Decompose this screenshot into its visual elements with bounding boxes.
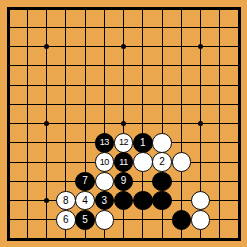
intersection	[210, 37, 229, 56]
intersection	[95, 229, 114, 247]
intersection	[210, 0, 229, 18]
white-stone: 10	[95, 152, 115, 172]
intersection	[75, 75, 94, 94]
intersection	[172, 210, 191, 229]
white-stone	[95, 172, 115, 192]
intersection	[114, 229, 133, 247]
move-number-label: 4	[82, 196, 88, 206]
intersection	[152, 95, 171, 114]
intersection	[229, 114, 247, 133]
goban-diagram: 13121101127984365	[0, 0, 247, 247]
intersection	[0, 95, 18, 114]
intersection: 7	[75, 172, 94, 191]
intersection	[114, 95, 133, 114]
intersection	[229, 56, 247, 75]
intersection	[18, 75, 37, 94]
move-number-label: 7	[82, 176, 88, 186]
intersection	[229, 210, 247, 229]
intersection	[152, 75, 171, 94]
move-number-label: 11	[119, 158, 127, 167]
intersection	[37, 133, 56, 152]
intersection	[210, 114, 229, 133]
intersection	[152, 0, 171, 18]
intersection	[37, 210, 56, 229]
intersection	[0, 114, 18, 133]
white-stone: 6	[56, 210, 76, 230]
intersection: 6	[56, 210, 75, 229]
intersection	[0, 37, 18, 56]
intersection	[75, 133, 94, 152]
intersection	[18, 37, 37, 56]
intersection	[133, 37, 152, 56]
intersection	[229, 75, 247, 94]
intersection	[75, 18, 94, 37]
intersection	[37, 37, 56, 56]
intersection	[37, 229, 56, 247]
intersection	[56, 18, 75, 37]
intersection	[229, 0, 247, 18]
intersection	[210, 172, 229, 191]
intersection	[37, 0, 56, 18]
intersection	[56, 114, 75, 133]
intersection	[172, 152, 191, 171]
intersection	[210, 152, 229, 171]
intersection	[18, 210, 37, 229]
intersection	[191, 0, 210, 18]
black-stone	[114, 191, 134, 211]
intersection	[152, 56, 171, 75]
black-stone: 5	[75, 210, 95, 230]
intersection	[210, 56, 229, 75]
intersection	[210, 191, 229, 210]
go-board-grid: 13121101127984365	[0, 0, 247, 247]
intersection	[0, 152, 18, 171]
intersection	[133, 152, 152, 171]
white-stone	[191, 191, 211, 211]
intersection	[133, 18, 152, 37]
white-stone	[152, 133, 172, 153]
intersection	[95, 95, 114, 114]
intersection	[152, 37, 171, 56]
intersection	[56, 229, 75, 247]
intersection	[95, 172, 114, 191]
intersection	[37, 152, 56, 171]
intersection	[114, 114, 133, 133]
intersection	[229, 229, 247, 247]
intersection	[152, 210, 171, 229]
intersection	[229, 152, 247, 171]
intersection: 2	[152, 152, 171, 171]
intersection	[210, 95, 229, 114]
intersection	[229, 172, 247, 191]
intersection	[229, 95, 247, 114]
intersection	[95, 75, 114, 94]
move-number-label: 6	[63, 215, 69, 225]
intersection	[75, 0, 94, 18]
intersection	[56, 172, 75, 191]
intersection	[114, 56, 133, 75]
black-stone: 1	[133, 133, 153, 153]
black-stone	[133, 191, 153, 211]
intersection	[210, 210, 229, 229]
intersection	[18, 56, 37, 75]
intersection: 12	[114, 133, 133, 152]
black-stone: 3	[95, 191, 115, 211]
move-number-label: 13	[100, 138, 109, 147]
intersection	[18, 114, 37, 133]
intersection	[95, 56, 114, 75]
intersection	[37, 95, 56, 114]
intersection	[56, 37, 75, 56]
intersection	[0, 210, 18, 229]
intersection	[18, 133, 37, 152]
white-stone: 2	[152, 152, 172, 172]
intersection	[133, 56, 152, 75]
intersection	[133, 114, 152, 133]
intersection	[0, 133, 18, 152]
intersection	[133, 172, 152, 191]
intersection	[75, 229, 94, 247]
intersection	[0, 75, 18, 94]
intersection	[114, 75, 133, 94]
black-stone	[152, 172, 172, 192]
intersection	[0, 18, 18, 37]
intersection	[114, 18, 133, 37]
intersection	[191, 18, 210, 37]
intersection	[172, 37, 191, 56]
intersection	[210, 75, 229, 94]
intersection: 4	[75, 191, 94, 210]
intersection	[95, 18, 114, 37]
intersection	[114, 210, 133, 229]
intersection	[18, 172, 37, 191]
white-stone	[172, 152, 192, 172]
move-number-label: 12	[119, 138, 128, 147]
intersection	[191, 114, 210, 133]
intersection	[191, 95, 210, 114]
intersection	[56, 75, 75, 94]
intersection	[75, 95, 94, 114]
intersection	[18, 191, 37, 210]
intersection	[152, 133, 171, 152]
intersection	[56, 95, 75, 114]
intersection	[18, 152, 37, 171]
intersection	[18, 18, 37, 37]
intersection	[191, 210, 210, 229]
intersection	[229, 18, 247, 37]
intersection	[0, 0, 18, 18]
intersection	[18, 229, 37, 247]
intersection	[191, 229, 210, 247]
intersection	[95, 210, 114, 229]
intersection	[75, 37, 94, 56]
black-stone: 7	[75, 172, 95, 192]
intersection	[210, 133, 229, 152]
intersection: 1	[133, 133, 152, 152]
intersection	[152, 172, 171, 191]
intersection	[172, 191, 191, 210]
intersection	[210, 229, 229, 247]
intersection	[114, 0, 133, 18]
move-number-label: 5	[82, 215, 88, 225]
intersection: 8	[56, 191, 75, 210]
intersection: 13	[95, 133, 114, 152]
intersection	[0, 229, 18, 247]
black-stone	[172, 210, 192, 230]
intersection	[114, 37, 133, 56]
intersection	[37, 56, 56, 75]
intersection: 9	[114, 172, 133, 191]
intersection	[152, 229, 171, 247]
intersection	[172, 95, 191, 114]
intersection	[37, 75, 56, 94]
intersection	[133, 210, 152, 229]
intersection	[191, 191, 210, 210]
intersection	[114, 191, 133, 210]
white-stone	[95, 210, 115, 230]
intersection	[191, 133, 210, 152]
intersection	[152, 191, 171, 210]
intersection	[0, 191, 18, 210]
intersection	[133, 75, 152, 94]
black-stone: 11	[114, 152, 134, 172]
white-stone	[133, 152, 153, 172]
white-stone	[191, 210, 211, 230]
move-number-label: 2	[159, 157, 165, 167]
intersection	[95, 37, 114, 56]
white-stone: 12	[114, 133, 134, 153]
black-stone: 13	[95, 133, 115, 153]
intersection	[229, 191, 247, 210]
intersection	[56, 133, 75, 152]
intersection	[152, 18, 171, 37]
intersection	[191, 56, 210, 75]
intersection	[172, 133, 191, 152]
intersection	[133, 229, 152, 247]
intersection	[172, 0, 191, 18]
intersection	[191, 75, 210, 94]
intersection	[37, 18, 56, 37]
intersection: 11	[114, 152, 133, 171]
white-stone: 4	[75, 191, 95, 211]
intersection	[37, 114, 56, 133]
intersection	[37, 191, 56, 210]
intersection: 3	[95, 191, 114, 210]
move-number-label: 9	[121, 176, 127, 186]
intersection	[0, 56, 18, 75]
intersection	[75, 152, 94, 171]
intersection	[133, 0, 152, 18]
move-number-label: 3	[101, 196, 107, 206]
intersection	[191, 172, 210, 191]
intersection	[172, 172, 191, 191]
intersection	[75, 114, 94, 133]
move-number-label: 10	[100, 158, 109, 167]
intersection: 5	[75, 210, 94, 229]
intersection	[0, 172, 18, 191]
black-stone	[152, 191, 172, 211]
intersection	[37, 172, 56, 191]
intersection	[172, 56, 191, 75]
intersection	[172, 75, 191, 94]
intersection	[229, 133, 247, 152]
black-stone: 9	[114, 172, 134, 192]
intersection	[18, 0, 37, 18]
intersection	[172, 18, 191, 37]
intersection	[56, 56, 75, 75]
intersection	[95, 114, 114, 133]
intersection	[56, 152, 75, 171]
move-number-label: 8	[63, 196, 69, 206]
intersection: 10	[95, 152, 114, 171]
intersection	[191, 37, 210, 56]
intersection	[191, 152, 210, 171]
intersection	[133, 191, 152, 210]
intersection	[229, 37, 247, 56]
intersection	[172, 114, 191, 133]
intersection	[172, 229, 191, 247]
white-stone: 8	[56, 191, 76, 211]
intersection	[133, 95, 152, 114]
intersection	[56, 0, 75, 18]
move-number-label: 1	[140, 138, 146, 148]
intersection	[152, 114, 171, 133]
intersection	[95, 0, 114, 18]
intersection	[18, 95, 37, 114]
intersection	[75, 56, 94, 75]
intersection	[210, 18, 229, 37]
